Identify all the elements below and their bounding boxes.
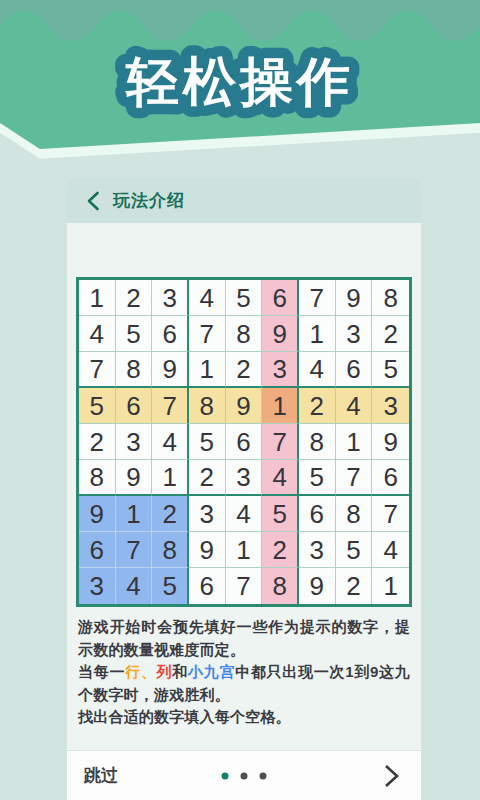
sudoku-cell: 6: [189, 568, 226, 604]
sudoku-cell: 2: [116, 280, 153, 316]
sudoku-cell: 7: [336, 460, 373, 496]
sudoku-cell: 8: [336, 496, 373, 532]
sudoku-cell: 7: [152, 388, 189, 424]
phone-screen: 轻松操作 玩法介绍 123456798456789132789123465567…: [0, 0, 480, 800]
sudoku-cell: 8: [189, 388, 226, 424]
sudoku-cell: 7: [189, 316, 226, 352]
pagination-dot[interactable]: [260, 772, 267, 779]
sudoku-cell: 2: [226, 352, 263, 388]
card-header: 玩法介绍: [67, 178, 421, 223]
tutorial-card: 玩法介绍 12345679845678913278912346556789124…: [67, 178, 421, 800]
sudoku-cell: 3: [116, 424, 153, 460]
sudoku-cell: 9: [226, 388, 263, 424]
sudoku-cell: 6: [336, 352, 373, 388]
sudoku-cell: 6: [372, 460, 409, 496]
sudoku-cell: 3: [372, 388, 409, 424]
hero-banner: 轻松操作: [0, 0, 480, 170]
sudoku-cell: 1: [152, 460, 189, 496]
sudoku-cell: 4: [372, 532, 409, 568]
sudoku-cell: 9: [299, 568, 336, 604]
sudoku-cell: 1: [79, 280, 116, 316]
sudoku-cell: 4: [336, 388, 373, 424]
sudoku-cell: 5: [262, 496, 299, 532]
sudoku-cell: 8: [152, 532, 189, 568]
rule-paragraph: 找出合适的数字填入每个空格。: [78, 706, 410, 729]
sudoku-cell: 8: [79, 460, 116, 496]
pagination-dot[interactable]: [241, 772, 248, 779]
sudoku-cell: 7: [262, 424, 299, 460]
sudoku-cell: 9: [262, 316, 299, 352]
sudoku-cell: 9: [336, 280, 373, 316]
sudoku-cell: 2: [336, 568, 373, 604]
sudoku-cell: 9: [152, 352, 189, 388]
sudoku-cell: 2: [152, 496, 189, 532]
sudoku-cell: 4: [79, 316, 116, 352]
page-title: 轻松操作: [125, 52, 354, 111]
sudoku-cell: 9: [116, 460, 153, 496]
screen-title: 玩法介绍: [113, 189, 185, 212]
sudoku-cell: 3: [189, 496, 226, 532]
sudoku-cell: 8: [372, 280, 409, 316]
rule-paragraph: 游戏开始时会预先填好一些作为提示的数字，提示数的数量视难度而定。: [78, 616, 410, 661]
sudoku-cell: 2: [79, 424, 116, 460]
sudoku-cell: 4: [262, 460, 299, 496]
sudoku-cell: 7: [116, 532, 153, 568]
rule-paragraph: 当每一行、列和小九宫中都只出现一次1到9这九个数字时，游戏胜利。: [78, 661, 410, 706]
sudoku-cell: 7: [299, 280, 336, 316]
back-button[interactable]: [82, 190, 104, 212]
sudoku-cell: 4: [116, 568, 153, 604]
skip-button[interactable]: 跳过: [84, 764, 118, 787]
sudoku-cell: 3: [336, 316, 373, 352]
sudoku-cell: 3: [299, 532, 336, 568]
sudoku-cell: 7: [226, 568, 263, 604]
sudoku-cell: 6: [116, 388, 153, 424]
sudoku-cell: 9: [372, 424, 409, 460]
sudoku-cell: 6: [79, 532, 116, 568]
sudoku-cell: 2: [189, 460, 226, 496]
sudoku-cell: 2: [299, 388, 336, 424]
sudoku-cell: 1: [372, 568, 409, 604]
sudoku-cell: 3: [152, 280, 189, 316]
chevron-left-icon: [86, 191, 100, 211]
sudoku-cell: 1: [299, 316, 336, 352]
next-button[interactable]: [378, 762, 404, 790]
sudoku-board: 1234567984567891327891234655678912432345…: [76, 277, 412, 607]
sudoku-cell: 4: [299, 352, 336, 388]
sudoku-cell: 6: [299, 496, 336, 532]
sudoku-cell: 5: [299, 460, 336, 496]
chevron-right-icon: [381, 763, 401, 789]
sudoku-cell: 8: [299, 424, 336, 460]
sudoku-cell: 5: [152, 568, 189, 604]
sudoku-cell: 8: [226, 316, 263, 352]
sudoku-cell: 2: [262, 532, 299, 568]
sudoku-cell: 7: [372, 496, 409, 532]
sudoku-cell: 8: [262, 568, 299, 604]
sudoku-cell: 5: [336, 532, 373, 568]
sudoku-cell: 6: [226, 424, 263, 460]
sudoku-cell: 1: [336, 424, 373, 460]
card-footer: 跳过: [67, 750, 421, 800]
sudoku-cell: 6: [152, 316, 189, 352]
sudoku-cell: 7: [79, 352, 116, 388]
sudoku-cell: 5: [372, 352, 409, 388]
sudoku-cell: 1: [226, 532, 263, 568]
sudoku-cell: 6: [262, 280, 299, 316]
sudoku-cell: 9: [79, 496, 116, 532]
sudoku-cell: 9: [189, 532, 226, 568]
sudoku-cell: 4: [226, 496, 263, 532]
sudoku-cell: 5: [226, 280, 263, 316]
sudoku-cell: 4: [189, 280, 226, 316]
rules-text: 游戏开始时会预先填好一些作为提示的数字，提示数的数量视难度而定。当每一行、列和小…: [67, 607, 421, 729]
sudoku-cell: 5: [116, 316, 153, 352]
card-body: 1234567984567891327891234655678912432345…: [67, 223, 421, 750]
sudoku-cell: 1: [262, 388, 299, 424]
sudoku-cell: 5: [79, 388, 116, 424]
pagination-dots: [222, 772, 267, 779]
sudoku-cell: 4: [152, 424, 189, 460]
pagination-dot[interactable]: [222, 772, 229, 779]
sudoku-cell: 2: [372, 316, 409, 352]
sudoku-cell: 8: [116, 352, 153, 388]
sudoku-cell: 1: [189, 352, 226, 388]
sudoku-cell: 3: [226, 460, 263, 496]
sudoku-cell: 5: [189, 424, 226, 460]
sudoku-cell: 3: [79, 568, 116, 604]
sudoku-cell: 1: [116, 496, 153, 532]
page-title-sticker: 轻松操作: [0, 24, 480, 136]
sudoku-cell: 3: [262, 352, 299, 388]
